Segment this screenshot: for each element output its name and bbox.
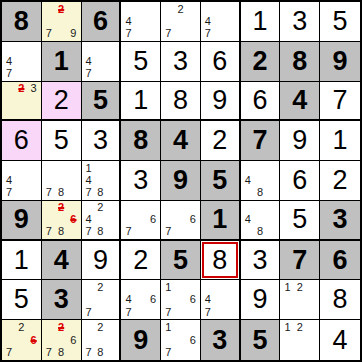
cell-r5c8[interactable]: 6: [280, 161, 320, 201]
solved-digit: 5: [333, 8, 348, 35]
given-digit: 4: [292, 87, 307, 114]
pencil-marks: 23: [3, 83, 40, 119]
given-digit: 7: [253, 127, 268, 154]
cell-r8c5[interactable]: 167: [161, 280, 201, 320]
pencil-mark-4: 4: [3, 55, 15, 67]
cell-r1c6[interactable]: 47: [201, 2, 241, 42]
pencil-marks: 67: [162, 202, 199, 238]
solved-digit: 9: [253, 286, 268, 313]
solved-digit: 6: [292, 167, 307, 194]
cell-r4c5[interactable]: 4: [161, 121, 201, 161]
cell-r8c8[interactable]: 12: [280, 280, 320, 320]
solved-digit: 5: [54, 127, 69, 154]
pencil-marks: 278: [83, 321, 119, 359]
cell-r4c1[interactable]: 6: [2, 121, 42, 161]
pencil-mark-2: 2: [294, 321, 306, 334]
cell-r7c7[interactable]: 3: [241, 241, 281, 281]
cell-r9c4[interactable]: 9: [121, 320, 161, 360]
pencil-mark-1: 1: [162, 321, 174, 334]
cell-r6c5[interactable]: 67: [161, 201, 201, 241]
cell-r1c3[interactable]: 6: [82, 2, 122, 42]
pencil-mark-8: 8: [94, 187, 106, 199]
solved-digit: 2: [133, 247, 148, 274]
pencil-mark-7: 7: [122, 226, 134, 238]
pencil-marks: 12: [281, 321, 318, 359]
pencil-mark-1: 1: [83, 162, 95, 174]
cell-r4c8[interactable]: 9: [280, 121, 320, 161]
pencil-mark-7: 7: [122, 306, 134, 318]
solved-digit: 3: [133, 167, 148, 194]
cell-r6c1[interactable]: 9: [2, 201, 42, 241]
given-digit: 5: [93, 87, 108, 114]
cell-r3c1[interactable]: 23: [2, 82, 42, 122]
pencil-marks: 267: [3, 321, 40, 359]
pencil-mark-2: 2: [15, 321, 27, 334]
pencil-mark-3: 3: [28, 83, 40, 95]
cell-r2c2[interactable]: 1: [42, 42, 82, 82]
pencil-mark-7: 7: [3, 67, 15, 79]
pencil-mark-8: 8: [254, 226, 266, 238]
cell-r5c5[interactable]: 9: [161, 161, 201, 201]
pencil-mark-2: 2: [94, 321, 106, 334]
given-digit: 9: [333, 48, 348, 75]
given-digit: 3: [54, 286, 69, 313]
pencil-mark-4: 4: [202, 15, 214, 27]
pencil-mark-8: 8: [55, 226, 67, 238]
cell-r8c9[interactable]: 8: [320, 280, 360, 320]
cell-r5c7[interactable]: 48: [241, 161, 281, 201]
given-digit: 5: [173, 247, 188, 274]
cell-r1c4[interactable]: 47: [121, 2, 161, 42]
given-digit: 1: [54, 48, 69, 75]
pencil-marks: 167: [162, 321, 199, 359]
cell-r1c2[interactable]: 279: [42, 2, 82, 42]
solved-digit: 2: [54, 87, 69, 114]
pencil-mark-6: 6: [67, 214, 79, 226]
given-digit: 5: [212, 167, 227, 194]
cell-r3c5[interactable]: 8: [161, 82, 201, 122]
pencil-mark-2: 2: [294, 281, 306, 293]
cell-r1c9[interactable]: 5: [320, 2, 360, 42]
pencil-mark-4: 4: [3, 174, 15, 186]
cell-r4c6[interactable]: 2: [201, 121, 241, 161]
given-digit: 8: [133, 127, 148, 154]
pencil-mark-6: 6: [28, 334, 40, 347]
pencil-mark-7: 7: [162, 346, 174, 359]
pencil-marks: 48: [242, 162, 279, 199]
solved-digit: 8: [212, 247, 227, 274]
solved-digit: 3: [292, 8, 307, 35]
pencil-mark-2: 2: [94, 202, 106, 214]
cell-r9c3[interactable]: 278: [82, 320, 122, 360]
pencil-mark-8: 8: [94, 226, 106, 238]
cell-r9c1[interactable]: 267: [2, 320, 42, 360]
cell-r4c4[interactable]: 8: [121, 121, 161, 161]
pencil-marks: 47: [83, 43, 119, 80]
cell-r9c8[interactable]: 12: [280, 320, 320, 360]
given-digit: 9: [14, 206, 29, 233]
solved-digit: 4: [333, 327, 348, 354]
pencil-mark-7: 7: [122, 28, 134, 40]
pencil-mark-7: 7: [162, 28, 174, 40]
pencil-mark-4: 4: [122, 294, 134, 306]
cell-r3c9[interactable]: 7: [320, 82, 360, 122]
cell-r8c4[interactable]: 467: [121, 280, 161, 320]
cell-r6c2[interactable]: 2678: [42, 201, 82, 241]
given-digit: 2: [253, 48, 268, 75]
solved-digit: 6: [212, 48, 227, 75]
pencil-mark-7: 7: [83, 306, 95, 318]
cell-r3c3[interactable]: 5: [82, 82, 122, 122]
solved-digit: 6: [253, 87, 268, 114]
solved-digit: 9: [93, 247, 108, 274]
pencil-mark-6: 6: [187, 214, 199, 226]
pencil-marks: 47: [3, 162, 40, 199]
pencil-marks: 67: [122, 202, 159, 238]
cell-r2c5[interactable]: 3: [161, 42, 201, 82]
solved-digit: 2: [333, 167, 348, 194]
cell-r7c3[interactable]: 9: [82, 241, 122, 281]
pencil-mark-1: 1: [162, 281, 174, 293]
cell-r5c3[interactable]: 1478: [82, 161, 122, 201]
pencil-mark-8: 8: [55, 187, 67, 199]
cell-r6c7[interactable]: 48: [241, 201, 281, 241]
cell-r4c9[interactable]: 1: [320, 121, 360, 161]
solved-digit: 3: [173, 48, 188, 75]
cell-r7c1[interactable]: 1: [2, 241, 42, 281]
cell-r2c8[interactable]: 8: [280, 42, 320, 82]
cell-r4c7[interactable]: 7: [241, 121, 281, 161]
cell-r7c6[interactable]: 8: [201, 241, 241, 281]
pencil-mark-7: 7: [83, 67, 95, 79]
pencil-mark-9: 9: [67, 28, 79, 40]
pencil-mark-4: 4: [83, 214, 95, 226]
pencil-mark-6: 6: [67, 334, 79, 347]
pencil-marks: 279: [43, 3, 80, 40]
cell-r9c5[interactable]: 167: [161, 320, 201, 360]
cell-r4c3[interactable]: 3: [82, 121, 122, 161]
pencil-mark-6: 6: [187, 334, 199, 347]
pencil-marks: 47: [202, 281, 238, 318]
pencil-mark-4: 4: [242, 214, 254, 226]
given-digit: 3: [212, 327, 227, 354]
cell-r3c4[interactable]: 1: [121, 82, 161, 122]
pencil-mark-2: 2: [94, 281, 106, 293]
pencil-marks: 467: [122, 281, 159, 318]
pencil-mark-4: 4: [202, 294, 214, 306]
pencil-mark-8: 8: [55, 346, 67, 359]
pencil-mark-7: 7: [43, 28, 55, 40]
cell-r5c4[interactable]: 3: [121, 161, 161, 201]
given-digit: 6: [333, 247, 348, 274]
cell-r8c6[interactable]: 47: [201, 280, 241, 320]
cell-r6c9[interactable]: 3: [320, 201, 360, 241]
cell-r8c7[interactable]: 9: [241, 280, 281, 320]
cell-r7c9[interactable]: 6: [320, 241, 360, 281]
pencil-mark-7: 7: [3, 346, 15, 359]
pencil-mark-7: 7: [43, 346, 55, 359]
solved-digit: 1: [253, 8, 268, 35]
pencil-mark-7: 7: [162, 226, 174, 238]
cell-r7c5[interactable]: 5: [161, 241, 201, 281]
solved-digit: 3: [93, 127, 108, 154]
cell-r1c1[interactable]: 8: [2, 2, 42, 42]
cell-r8c1[interactable]: 5: [2, 280, 42, 320]
pencil-mark-2: 2: [174, 3, 186, 15]
pencil-mark-7: 7: [83, 346, 95, 359]
pencil-mark-7: 7: [202, 306, 214, 318]
cell-r5c9[interactable]: 2: [320, 161, 360, 201]
given-digit: 7: [292, 247, 307, 274]
pencil-marks: 78: [43, 162, 80, 199]
pencil-mark-6: 6: [187, 294, 199, 306]
pencil-mark-6: 6: [147, 214, 159, 226]
cell-r2c3[interactable]: 47: [82, 42, 122, 82]
solved-digit: 5: [133, 48, 148, 75]
cell-r3c7[interactable]: 6: [241, 82, 281, 122]
pencil-marks: 2678: [43, 321, 80, 359]
pencil-mark-4: 4: [83, 55, 95, 67]
pencil-marks: 1478: [83, 162, 119, 199]
given-digit: 3: [333, 206, 348, 233]
given-digit: 5: [253, 327, 268, 354]
pencil-mark-6: 6: [147, 294, 159, 306]
given-digit: 6: [93, 8, 108, 35]
solved-digit: 7: [333, 87, 348, 114]
pencil-mark-7: 7: [43, 226, 55, 238]
pencil-marks: 27: [162, 3, 199, 40]
pencil-mark-7: 7: [83, 226, 95, 238]
cell-r3c6[interactable]: 9: [201, 82, 241, 122]
solved-digit: 1: [14, 247, 29, 274]
pencil-mark-7: 7: [43, 187, 55, 199]
solved-digit: 2: [212, 127, 227, 154]
cell-r2c6[interactable]: 6: [201, 42, 241, 82]
solved-digit: 5: [292, 206, 307, 233]
pencil-mark-1: 1: [281, 281, 293, 293]
pencil-marks: 47: [122, 3, 159, 40]
given-digit: 4: [173, 127, 188, 154]
cell-r2c9[interactable]: 9: [320, 42, 360, 82]
cell-r2c7[interactable]: 2: [241, 42, 281, 82]
cell-r1c8[interactable]: 3: [280, 2, 320, 42]
pencil-mark-2: 2: [55, 202, 67, 214]
pencil-mark-2: 2: [15, 83, 27, 95]
cell-r2c1[interactable]: 47: [2, 42, 42, 82]
pencil-mark-4: 4: [122, 15, 134, 27]
pencil-marks: 2478: [83, 202, 119, 238]
given-digit: 8: [14, 8, 29, 35]
cell-r5c2[interactable]: 78: [42, 161, 82, 201]
solved-digit: 9: [292, 127, 307, 154]
cell-r4c2[interactable]: 5: [42, 121, 82, 161]
cell-r7c4[interactable]: 2: [121, 241, 161, 281]
pencil-mark-4: 4: [242, 174, 254, 186]
sudoku-board: 8279647274713547147536289232518964765384…: [0, 0, 362, 362]
cell-r6c3[interactable]: 2478: [82, 201, 122, 241]
solved-digit: 6: [14, 127, 29, 154]
cell-r9c9[interactable]: 4: [320, 320, 360, 360]
pencil-marks: 47: [3, 43, 40, 80]
pencil-mark-7: 7: [202, 28, 214, 40]
solved-digit: 1: [333, 127, 348, 154]
cell-r8c2[interactable]: 3: [42, 280, 82, 320]
solved-digit: 8: [333, 286, 348, 313]
pencil-mark-4: 4: [83, 174, 95, 186]
given-digit: 9: [173, 167, 188, 194]
cell-r9c2[interactable]: 2678: [42, 320, 82, 360]
cell-r6c4[interactable]: 67: [121, 201, 161, 241]
given-digit: 9: [133, 327, 148, 354]
solved-digit: 1: [133, 87, 148, 114]
given-digit: 8: [292, 48, 307, 75]
cell-r7c2[interactable]: 4: [42, 241, 82, 281]
pencil-mark-8: 8: [94, 346, 106, 359]
cell-r3c2[interactable]: 2: [42, 82, 82, 122]
cell-r1c7[interactable]: 1: [241, 2, 281, 42]
pencil-mark-7: 7: [162, 306, 174, 318]
pencil-mark-8: 8: [254, 187, 266, 199]
pencil-marks: 48: [242, 202, 279, 238]
cell-r8c3[interactable]: 27: [82, 280, 122, 320]
pencil-mark-7: 7: [3, 187, 15, 199]
pencil-mark-2: 2: [55, 3, 67, 15]
pencil-marks: 2678: [43, 202, 80, 238]
solved-digit: 5: [14, 286, 29, 313]
solved-digit: 9: [212, 87, 227, 114]
cell-r9c6[interactable]: 3: [201, 320, 241, 360]
cell-r2c4[interactable]: 5: [121, 42, 161, 82]
pencil-marks: 12: [281, 281, 318, 318]
cell-r1c5[interactable]: 27: [161, 2, 201, 42]
cell-r6c8[interactable]: 5: [280, 201, 320, 241]
cell-r5c6[interactable]: 5: [201, 161, 241, 201]
cell-r7c8[interactable]: 7: [280, 241, 320, 281]
cell-r9c7[interactable]: 5: [241, 320, 281, 360]
pencil-mark-1: 1: [281, 321, 293, 334]
cell-r6c6[interactable]: 1: [201, 201, 241, 241]
cell-r5c1[interactable]: 47: [2, 161, 42, 201]
given-digit: 4: [54, 247, 69, 274]
solved-digit: 3: [253, 247, 268, 274]
pencil-marks: 167: [162, 281, 199, 318]
pencil-mark-2: 2: [55, 321, 67, 334]
pencil-marks: 27: [83, 281, 119, 318]
cell-r3c8[interactable]: 4: [280, 82, 320, 122]
pencil-mark-7: 7: [83, 187, 95, 199]
given-digit: 1: [212, 206, 227, 233]
solved-digit: 8: [173, 87, 188, 114]
pencil-marks: 47: [202, 3, 238, 40]
